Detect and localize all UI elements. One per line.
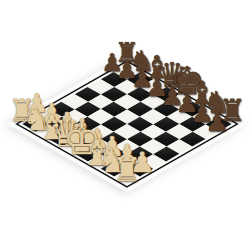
product-photo: ♜♞♟♝♟♛♟♚♟♝♟♞♟♟♜♟♟♜♟♟♞♟♝♟♛♟♚♟♝♟♞♜ (0, 0, 250, 250)
board-frame-line (15, 60, 238, 187)
chessboard (7, 55, 247, 192)
board-grid (22, 64, 231, 183)
